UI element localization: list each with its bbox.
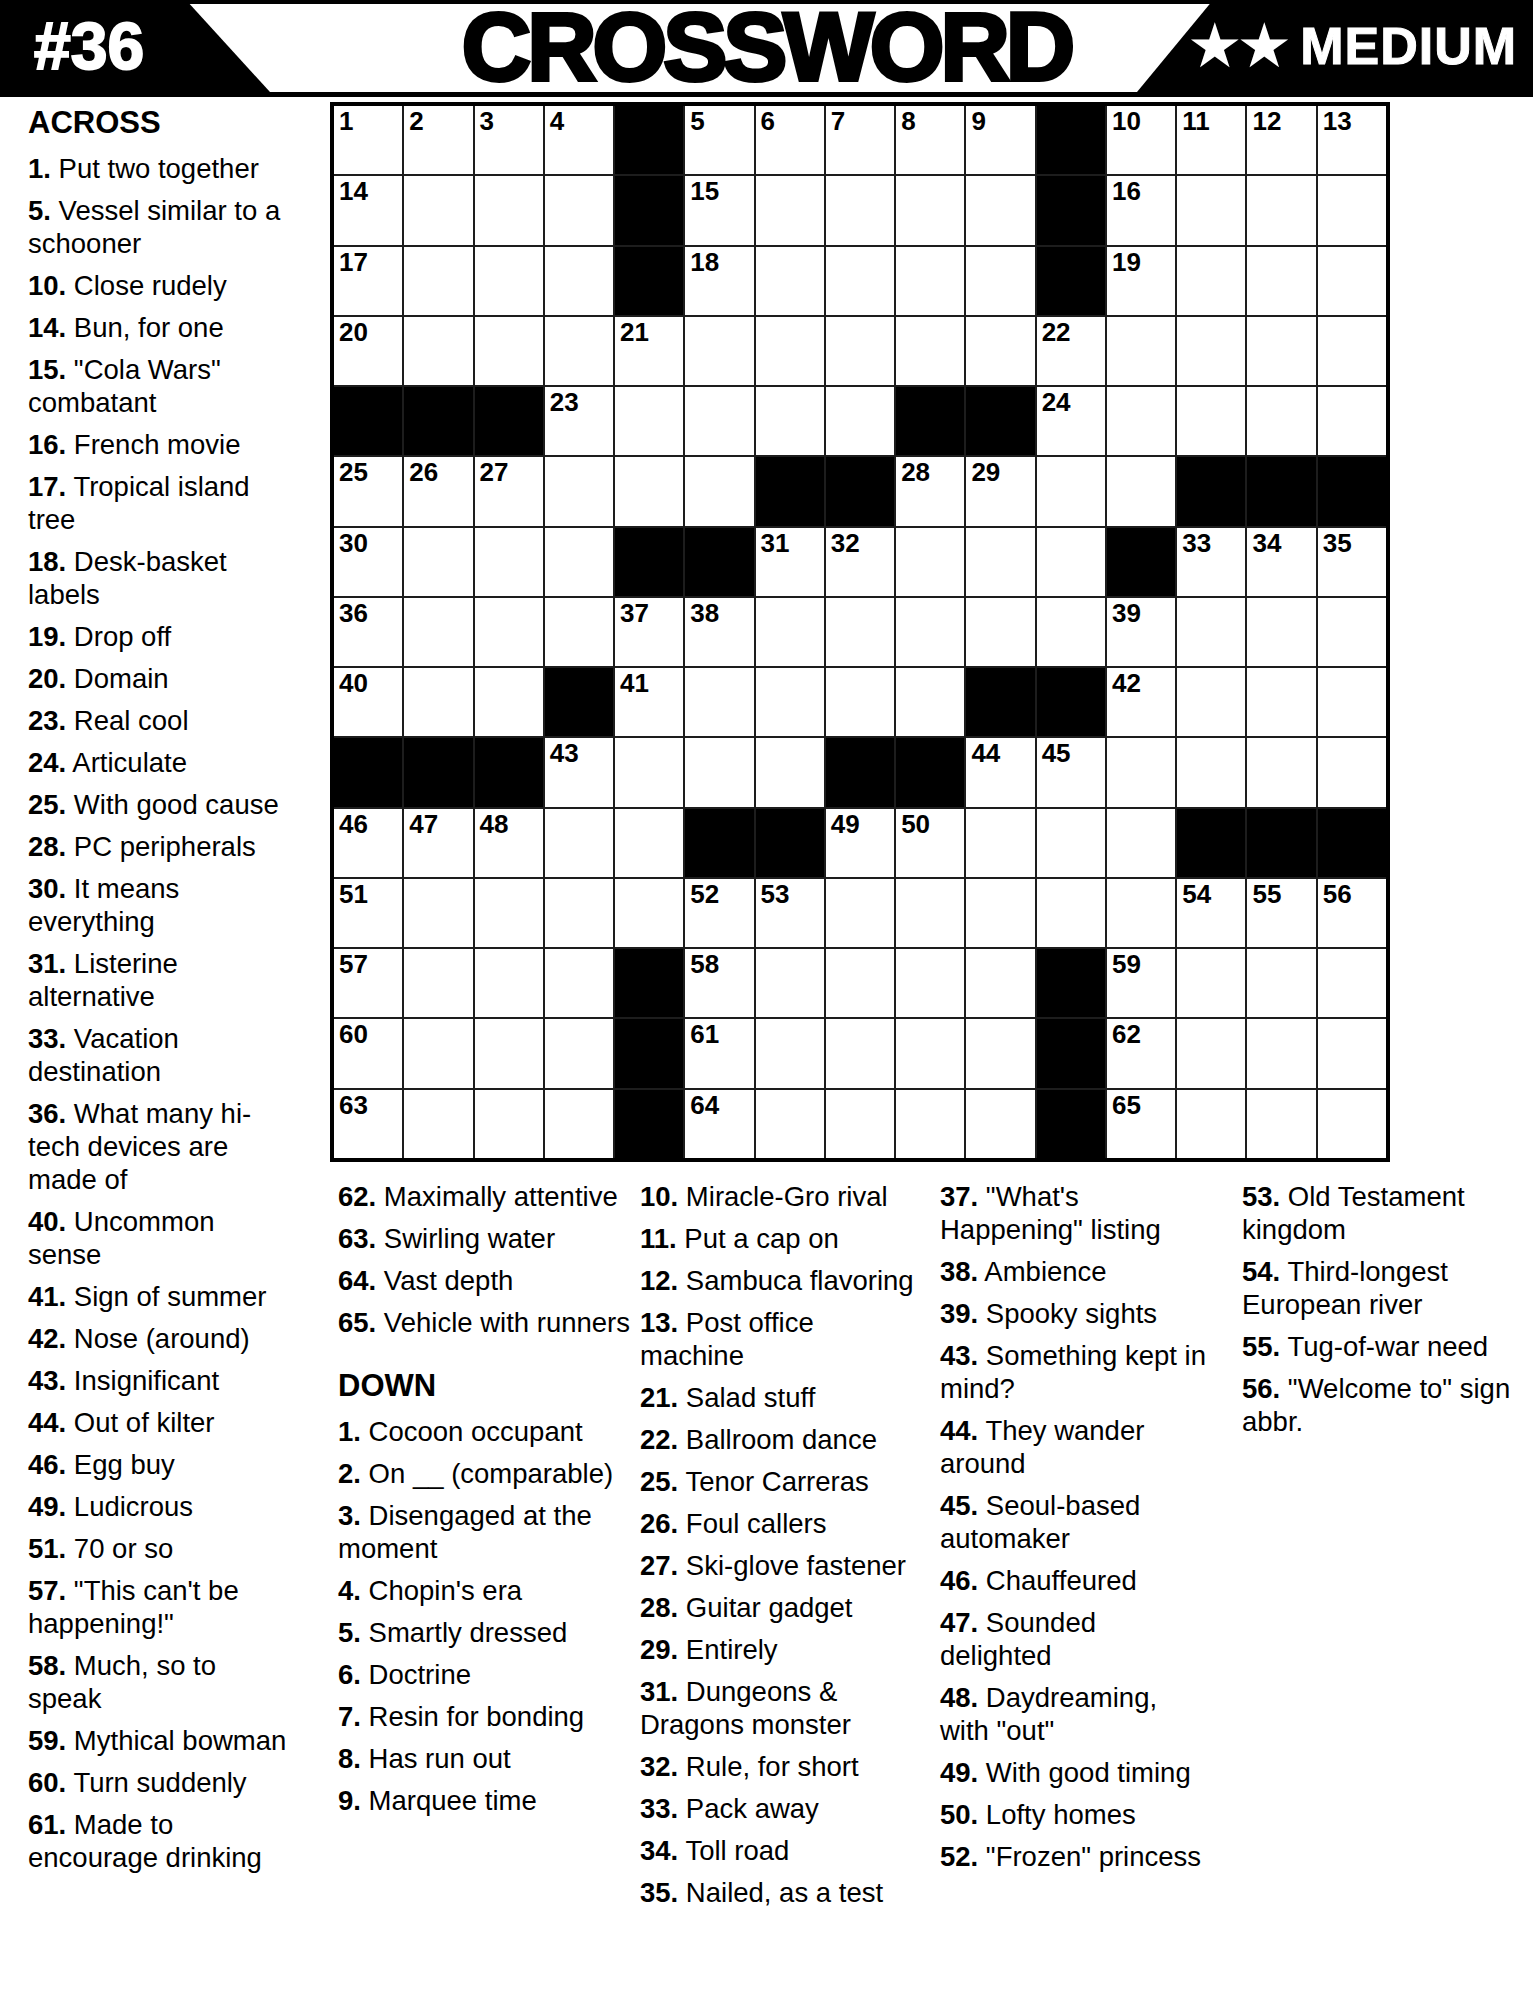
- clue-number: 43: [550, 740, 579, 766]
- cell-r6c5[interactable]: [615, 457, 683, 525]
- cell-r14c8[interactable]: [826, 1019, 894, 1087]
- clue-number-label: 32.: [640, 1751, 678, 1782]
- cell-r5c8[interactable]: [826, 387, 894, 455]
- cell-r6c3[interactable]: 27: [475, 457, 543, 525]
- cell-r1c9[interactable]: 8: [896, 106, 964, 174]
- clue-across-59: 59. Mythical bowman: [28, 1724, 292, 1757]
- cell-r1c7[interactable]: 6: [756, 106, 824, 174]
- cell-r1c8[interactable]: 7: [826, 106, 894, 174]
- cell-r13c2[interactable]: [404, 949, 472, 1017]
- cell-r9c8[interactable]: [826, 668, 894, 736]
- cell-r12c15[interactable]: 56: [1318, 879, 1386, 947]
- cell-r15c1[interactable]: 63: [334, 1090, 402, 1158]
- across-clues-column: ACROSS 1. Put two together5. Vessel simi…: [28, 106, 292, 1883]
- clue-number-label: 5.: [28, 195, 51, 226]
- cell-r13c7[interactable]: [756, 949, 824, 1017]
- cell-r6c2[interactable]: 26: [404, 457, 472, 525]
- cell-r13c3[interactable]: [475, 949, 543, 1017]
- cell-r15c8[interactable]: [826, 1090, 894, 1158]
- black-square-r14c5: [615, 1019, 683, 1087]
- cell-r1c1[interactable]: 1: [334, 106, 402, 174]
- clue-number: 8: [901, 108, 915, 134]
- cell-r1c4[interactable]: 4: [545, 106, 613, 174]
- clue-across-18: 18. Desk-basket labels: [28, 545, 292, 611]
- clue-number: 34: [1252, 530, 1281, 556]
- clue-number-label: 46.: [940, 1565, 978, 1596]
- cell-r8c7[interactable]: [756, 598, 824, 666]
- black-square-r3c5: [615, 247, 683, 315]
- cell-r8c6[interactable]: 38: [685, 598, 753, 666]
- clue-number: 44: [971, 740, 1000, 766]
- cell-r4c14[interactable]: [1247, 317, 1315, 385]
- clue-number: 28: [901, 459, 930, 485]
- cell-r1c15[interactable]: 13: [1318, 106, 1386, 174]
- cell-r11c9[interactable]: 50: [896, 809, 964, 877]
- cell-r7c10[interactable]: [966, 528, 1034, 596]
- black-square-r6c8: [826, 457, 894, 525]
- clue-down-35: 35. Nailed, as a test: [640, 1876, 922, 1909]
- cell-r4c13[interactable]: [1177, 317, 1245, 385]
- cell-r1c14[interactable]: 12: [1247, 106, 1315, 174]
- cell-r13c15[interactable]: [1318, 949, 1386, 1017]
- cell-r12c12[interactable]: [1107, 879, 1175, 947]
- clue-number-label: 28.: [640, 1592, 678, 1623]
- clue-number: 23: [550, 389, 579, 415]
- cell-r3c6[interactable]: 18: [685, 247, 753, 315]
- cell-r15c12[interactable]: 65: [1107, 1090, 1175, 1158]
- cell-r1c12[interactable]: 10: [1107, 106, 1175, 174]
- clue-number-label: 46.: [28, 1449, 66, 1480]
- cell-r5c12[interactable]: [1107, 387, 1175, 455]
- difficulty-stars-icon: ★★: [1187, 0, 1286, 92]
- clue-number: 45: [1042, 740, 1071, 766]
- clues-column-3: 37. "What's Happening" listing38. Ambien…: [940, 1180, 1212, 1882]
- cell-r2c14[interactable]: [1247, 176, 1315, 244]
- clue-across-60: 60. Turn suddenly: [28, 1766, 292, 1799]
- clue-across-25: 25. With good cause: [28, 788, 292, 821]
- cell-r1c3[interactable]: 3: [475, 106, 543, 174]
- cell-r11c4[interactable]: [545, 809, 613, 877]
- cell-r2c10[interactable]: [966, 176, 1034, 244]
- cell-r3c2[interactable]: [404, 247, 472, 315]
- clue-number-label: 42.: [28, 1323, 66, 1354]
- clue-number-label: 59.: [28, 1725, 66, 1756]
- cell-r6c1[interactable]: 25: [334, 457, 402, 525]
- clue-down-12: 12. Sambuca flavoring: [640, 1264, 922, 1297]
- cell-r11c8[interactable]: 49: [826, 809, 894, 877]
- cell-r4c7[interactable]: [756, 317, 824, 385]
- clue-number: 3: [480, 108, 494, 134]
- clue-across-64: 64. Vast depth: [338, 1264, 634, 1297]
- clue-down-7: 7. Resin for bonding: [338, 1700, 634, 1733]
- clue-number-label: 11.: [640, 1223, 677, 1254]
- cell-r7c14[interactable]: 34: [1247, 528, 1315, 596]
- cell-r1c2[interactable]: 2: [404, 106, 472, 174]
- clue-number-label: 50.: [940, 1799, 978, 1830]
- cell-r8c12[interactable]: 39: [1107, 598, 1175, 666]
- cell-r2c2[interactable]: [404, 176, 472, 244]
- cell-r3c7[interactable]: [756, 247, 824, 315]
- clue-number: 63: [339, 1092, 368, 1118]
- clue-number: 17: [339, 249, 368, 275]
- clue-across-49: 49. Ludicrous: [28, 1490, 292, 1523]
- cell-r11c2[interactable]: 47: [404, 809, 472, 877]
- cell-r4c11[interactable]: 22: [1037, 317, 1105, 385]
- cell-r1c6[interactable]: 5: [685, 106, 753, 174]
- cell-r8c5[interactable]: 37: [615, 598, 683, 666]
- cell-r3c3[interactable]: [475, 247, 543, 315]
- cell-r8c9[interactable]: [896, 598, 964, 666]
- clue-number: 47: [409, 811, 438, 837]
- clue-down-1: 1. Cocoon occupant: [338, 1415, 634, 1448]
- cell-r15c7[interactable]: [756, 1090, 824, 1158]
- cell-r14c1[interactable]: 60: [334, 1019, 402, 1087]
- clue-number: 1: [339, 108, 353, 134]
- clue-number-label: 37.: [940, 1181, 978, 1212]
- cell-r10c10[interactable]: 44: [966, 738, 1034, 806]
- cell-r14c3[interactable]: [475, 1019, 543, 1087]
- clue-number-label: 23.: [28, 705, 66, 736]
- cell-r11c3[interactable]: 48: [475, 809, 543, 877]
- cell-r10c11[interactable]: 45: [1037, 738, 1105, 806]
- cell-r14c2[interactable]: [404, 1019, 472, 1087]
- clue-number: 60: [339, 1021, 368, 1047]
- clue-number-label: 58.: [28, 1650, 66, 1681]
- cell-r8c8[interactable]: [826, 598, 894, 666]
- clue-number-label: 65.: [338, 1307, 376, 1338]
- cell-r15c10[interactable]: [966, 1090, 1034, 1158]
- cell-r8c14[interactable]: [1247, 598, 1315, 666]
- cell-r9c15[interactable]: [1318, 668, 1386, 736]
- cell-r10c12[interactable]: [1107, 738, 1175, 806]
- cell-r5c6[interactable]: [685, 387, 753, 455]
- cell-r7c9[interactable]: [896, 528, 964, 596]
- cell-r9c7[interactable]: [756, 668, 824, 736]
- clue-number: 64: [690, 1092, 719, 1118]
- cell-r13c14[interactable]: [1247, 949, 1315, 1017]
- clue-down-46: 46. Chauffeured: [940, 1564, 1212, 1597]
- cell-r3c8[interactable]: [826, 247, 894, 315]
- cell-r13c4[interactable]: [545, 949, 613, 1017]
- clue-number: 22: [1042, 319, 1071, 345]
- cell-r12c1[interactable]: 51: [334, 879, 402, 947]
- clue-number-label: 44.: [940, 1415, 978, 1446]
- black-square-r6c15: [1318, 457, 1386, 525]
- clue-number: 21: [620, 319, 649, 345]
- cell-r14c7[interactable]: [756, 1019, 824, 1087]
- cell-r2c12[interactable]: 16: [1107, 176, 1175, 244]
- cell-r15c14[interactable]: [1247, 1090, 1315, 1158]
- cell-r13c1[interactable]: 57: [334, 949, 402, 1017]
- cell-r4c2[interactable]: [404, 317, 472, 385]
- clue-number-label: 34.: [640, 1835, 678, 1866]
- clue-down-26: 26. Foul callers: [640, 1507, 922, 1540]
- clue-down-34: 34. Toll road: [640, 1834, 922, 1867]
- cell-r2c15[interactable]: [1318, 176, 1386, 244]
- cell-r9c3[interactable]: [475, 668, 543, 736]
- cell-r3c15[interactable]: [1318, 247, 1386, 315]
- cell-r4c1[interactable]: 20: [334, 317, 402, 385]
- cell-r7c1[interactable]: 30: [334, 528, 402, 596]
- cell-r7c3[interactable]: [475, 528, 543, 596]
- cell-r12c4[interactable]: [545, 879, 613, 947]
- cell-r10c7[interactable]: [756, 738, 824, 806]
- cell-r12c11[interactable]: [1037, 879, 1105, 947]
- clue-number: 59: [1112, 951, 1141, 977]
- clue-down-47: 47. Sounded delighted: [940, 1606, 1212, 1672]
- cell-r6c9[interactable]: 28: [896, 457, 964, 525]
- black-square-r1c5: [615, 106, 683, 174]
- cell-r6c4[interactable]: [545, 457, 613, 525]
- cell-r10c4[interactable]: 43: [545, 738, 613, 806]
- clue-number-label: 51.: [28, 1533, 66, 1564]
- cell-r2c8[interactable]: [826, 176, 894, 244]
- cell-r15c9[interactable]: [896, 1090, 964, 1158]
- clue-across-41: 41. Sign of summer: [28, 1280, 292, 1313]
- cell-r15c15[interactable]: [1318, 1090, 1386, 1158]
- clue-number: 30: [339, 530, 368, 556]
- cell-r11c1[interactable]: 46: [334, 809, 402, 877]
- cell-r14c13[interactable]: [1177, 1019, 1245, 1087]
- cell-r11c12[interactable]: [1107, 809, 1175, 877]
- cell-r14c4[interactable]: [545, 1019, 613, 1087]
- cell-r4c3[interactable]: [475, 317, 543, 385]
- black-square-r2c11: [1037, 176, 1105, 244]
- cell-r9c6[interactable]: [685, 668, 753, 736]
- clue-down-4: 4. Chopin's era: [338, 1574, 634, 1607]
- cell-r15c3[interactable]: [475, 1090, 543, 1158]
- black-square-r10c3: [475, 738, 543, 806]
- clue-number: 16: [1112, 178, 1141, 204]
- cell-r4c4[interactable]: [545, 317, 613, 385]
- clue-across-58: 58. Much, so to speak: [28, 1649, 292, 1715]
- cell-r6c6[interactable]: [685, 457, 753, 525]
- cell-r12c3[interactable]: [475, 879, 543, 947]
- cell-r8c2[interactable]: [404, 598, 472, 666]
- clue-down-5: 5. Smartly dressed: [338, 1616, 634, 1649]
- cell-r4c9[interactable]: [896, 317, 964, 385]
- cell-r10c14[interactable]: [1247, 738, 1315, 806]
- clue-number: 29: [971, 459, 1000, 485]
- cell-r7c13[interactable]: 33: [1177, 528, 1245, 596]
- cell-r11c5[interactable]: [615, 809, 683, 877]
- cell-r11c10[interactable]: [966, 809, 1034, 877]
- cell-r1c13[interactable]: 11: [1177, 106, 1245, 174]
- cell-r6c12[interactable]: [1107, 457, 1175, 525]
- clue-number: 41: [620, 670, 649, 696]
- cell-r13c13[interactable]: [1177, 949, 1245, 1017]
- cell-r13c8[interactable]: [826, 949, 894, 1017]
- cell-r9c14[interactable]: [1247, 668, 1315, 736]
- clue-number-label: 9.: [338, 1785, 361, 1816]
- cell-r8c3[interactable]: [475, 598, 543, 666]
- cell-r3c14[interactable]: [1247, 247, 1315, 315]
- cell-r15c13[interactable]: [1177, 1090, 1245, 1158]
- clue-number-label: 7.: [338, 1701, 361, 1732]
- clue-number-label: 31.: [640, 1676, 678, 1707]
- cell-r4c10[interactable]: [966, 317, 1034, 385]
- cell-r12c10[interactable]: [966, 879, 1034, 947]
- clue-down-10: 10. Miracle-Gro rival: [640, 1180, 922, 1213]
- cell-r8c15[interactable]: [1318, 598, 1386, 666]
- cell-r5c13[interactable]: [1177, 387, 1245, 455]
- cell-r8c11[interactable]: [1037, 598, 1105, 666]
- cell-r5c11[interactable]: 24: [1037, 387, 1105, 455]
- cell-r7c15[interactable]: 35: [1318, 528, 1386, 596]
- clue-down-45: 45. Seoul-based automaker: [940, 1489, 1212, 1555]
- clue-across-30: 30. It means everything: [28, 872, 292, 938]
- clue-down-52: 52. "Frozen" princess: [940, 1840, 1212, 1873]
- down-heading: DOWN: [338, 1369, 634, 1403]
- cell-r2c3[interactable]: [475, 176, 543, 244]
- cell-r3c4[interactable]: [545, 247, 613, 315]
- clue-number-label: 54.: [1242, 1256, 1280, 1287]
- black-square-r15c5: [615, 1090, 683, 1158]
- clue-number-label: 2.: [338, 1458, 361, 1489]
- clue-number-label: 16.: [28, 429, 66, 460]
- cell-r10c6[interactable]: [685, 738, 753, 806]
- cell-r14c15[interactable]: [1318, 1019, 1386, 1087]
- clue-number-label: 53.: [1242, 1181, 1280, 1212]
- clue-number: 19: [1112, 249, 1141, 275]
- clue-number: 56: [1323, 881, 1352, 907]
- cell-r3c10[interactable]: [966, 247, 1034, 315]
- cell-r3c1[interactable]: 17: [334, 247, 402, 315]
- clue-number: 6: [761, 108, 775, 134]
- cell-r14c12[interactable]: 62: [1107, 1019, 1175, 1087]
- cell-r2c4[interactable]: [545, 176, 613, 244]
- black-square-r7c12: [1107, 528, 1175, 596]
- black-square-r15c11: [1037, 1090, 1105, 1158]
- cell-r8c4[interactable]: [545, 598, 613, 666]
- cell-r7c7[interactable]: 31: [756, 528, 824, 596]
- cell-r5c14[interactable]: [1247, 387, 1315, 455]
- cell-r6c11[interactable]: [1037, 457, 1105, 525]
- cell-r9c9[interactable]: [896, 668, 964, 736]
- cell-r12c8[interactable]: [826, 879, 894, 947]
- cell-r8c10[interactable]: [966, 598, 1034, 666]
- cell-r9c1[interactable]: 40: [334, 668, 402, 736]
- cell-r5c5[interactable]: [615, 387, 683, 455]
- clue-across-51: 51. 70 or so: [28, 1532, 292, 1565]
- cell-r14c14[interactable]: [1247, 1019, 1315, 1087]
- cell-r12c7[interactable]: 53: [756, 879, 824, 947]
- cell-r3c13[interactable]: [1177, 247, 1245, 315]
- cell-r1c10[interactable]: 9: [966, 106, 1034, 174]
- cell-r3c9[interactable]: [896, 247, 964, 315]
- cell-r7c4[interactable]: [545, 528, 613, 596]
- cell-r7c11[interactable]: [1037, 528, 1105, 596]
- cell-r14c9[interactable]: [896, 1019, 964, 1087]
- cell-r2c7[interactable]: [756, 176, 824, 244]
- cell-r4c12[interactable]: [1107, 317, 1175, 385]
- clue-number: 20: [339, 319, 368, 345]
- cell-r10c5[interactable]: [615, 738, 683, 806]
- clue-down-27: 27. Ski-glove fastener: [640, 1549, 922, 1582]
- across-heading: ACROSS: [28, 106, 292, 140]
- clue-number-label: 24.: [28, 747, 66, 778]
- clue-number-label: 62.: [338, 1181, 376, 1212]
- cell-r6c10[interactable]: 29: [966, 457, 1034, 525]
- clue-down-32: 32. Rule, for short: [640, 1750, 922, 1783]
- cell-r14c10[interactable]: [966, 1019, 1034, 1087]
- clue-number: 15: [690, 178, 719, 204]
- cell-r13c10[interactable]: [966, 949, 1034, 1017]
- cell-r5c7[interactable]: [756, 387, 824, 455]
- cell-r15c6[interactable]: 64: [685, 1090, 753, 1158]
- cell-r9c5[interactable]: 41: [615, 668, 683, 736]
- clue-number: 13: [1323, 108, 1352, 134]
- clue-across-14: 14. Bun, for one: [28, 311, 292, 344]
- cell-r12c2[interactable]: [404, 879, 472, 947]
- clue-number-label: 28.: [28, 831, 66, 862]
- clue-number-label: 61.: [28, 1809, 66, 1840]
- cell-r2c1[interactable]: 14: [334, 176, 402, 244]
- clue-across-43: 43. Insignificant: [28, 1364, 292, 1397]
- cell-r5c15[interactable]: [1318, 387, 1386, 455]
- cell-r13c9[interactable]: [896, 949, 964, 1017]
- cell-r15c4[interactable]: [545, 1090, 613, 1158]
- clue-across-63: 63. Swirling water: [338, 1222, 634, 1255]
- cell-r7c2[interactable]: [404, 528, 472, 596]
- black-square-r14c11: [1037, 1019, 1105, 1087]
- cell-r10c13[interactable]: [1177, 738, 1245, 806]
- cell-r9c13[interactable]: [1177, 668, 1245, 736]
- cell-r12c6[interactable]: 52: [685, 879, 753, 947]
- cell-r4c15[interactable]: [1318, 317, 1386, 385]
- cell-r2c6[interactable]: 15: [685, 176, 753, 244]
- clue-across-61: 61. Made to encourage drinking: [28, 1808, 292, 1874]
- clue-number-label: 41.: [28, 1281, 66, 1312]
- cell-r13c12[interactable]: 59: [1107, 949, 1175, 1017]
- cell-r13c6[interactable]: 58: [685, 949, 753, 1017]
- cell-r9c2[interactable]: [404, 668, 472, 736]
- cell-r3c12[interactable]: 19: [1107, 247, 1175, 315]
- cell-r4c8[interactable]: [826, 317, 894, 385]
- clue-number-label: 13.: [640, 1307, 678, 1338]
- cell-r2c13[interactable]: [1177, 176, 1245, 244]
- cell-r12c14[interactable]: 55: [1247, 879, 1315, 947]
- clue-down-9: 9. Marquee time: [338, 1784, 634, 1817]
- cell-r8c1[interactable]: 36: [334, 598, 402, 666]
- clue-across-1: 1. Put two together: [28, 152, 292, 185]
- cell-r9c12[interactable]: 42: [1107, 668, 1175, 736]
- clue-down-44: 44. They wander around: [940, 1414, 1212, 1480]
- cell-r12c5[interactable]: [615, 879, 683, 947]
- across-clue-list-continued: 62. Maximally attentive63. Swirling wate…: [338, 1180, 634, 1339]
- cell-r12c9[interactable]: [896, 879, 964, 947]
- cell-r11c11[interactable]: [1037, 809, 1105, 877]
- clue-down-55: 55. Tug-of-war need: [1242, 1330, 1530, 1363]
- cell-r4c5[interactable]: 21: [615, 317, 683, 385]
- cell-r12c13[interactable]: 54: [1177, 879, 1245, 947]
- cell-r15c2[interactable]: [404, 1090, 472, 1158]
- clue-number: 10: [1112, 108, 1141, 134]
- cell-r4c6[interactable]: [685, 317, 753, 385]
- cell-r8c13[interactable]: [1177, 598, 1245, 666]
- clue-number-label: 38.: [940, 1256, 978, 1287]
- cell-r5c4[interactable]: 23: [545, 387, 613, 455]
- clue-across-57: 57. "This can't be happening!": [28, 1574, 292, 1640]
- black-square-r5c3: [475, 387, 543, 455]
- cell-r2c9[interactable]: [896, 176, 964, 244]
- clue-number: 32: [831, 530, 860, 556]
- clue-number-label: 15.: [28, 354, 66, 385]
- cell-r10c15[interactable]: [1318, 738, 1386, 806]
- cell-r14c6[interactable]: 61: [685, 1019, 753, 1087]
- cell-r7c8[interactable]: 32: [826, 528, 894, 596]
- down-clue-list-3: 37. "What's Happening" listing38. Ambien…: [940, 1180, 1212, 1873]
